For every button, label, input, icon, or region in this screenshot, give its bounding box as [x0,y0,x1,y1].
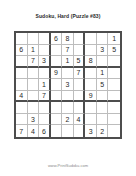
cell-r3c4 [51,56,63,68]
cell-r3c9 [108,56,120,68]
cell-r6c3: 7 [39,91,51,103]
cell-r8c9 [108,114,120,126]
cell-r1c7 [85,33,97,45]
cell-r6c5 [62,91,74,103]
cell-r2c8: 3 [97,45,109,57]
cell-r8c3 [39,114,51,126]
cell-r7c8 [97,102,109,114]
cell-r9c1: 7 [16,125,28,137]
cell-r1c6 [74,33,86,45]
cell-r9c8: 2 [97,125,109,137]
cell-r1c1 [16,33,28,45]
cell-r5c9 [108,79,120,91]
cell-r3c8 [97,56,109,68]
cell-r1c2 [28,33,40,45]
cell-r5c1 [16,79,28,91]
cell-r2c6 [74,45,86,57]
cell-r1c3 [39,33,51,45]
cell-r4c3 [39,68,51,80]
cell-r6c8 [97,91,109,103]
cell-r4c8: 1 [97,68,109,80]
cell-r9c6 [74,125,86,137]
cell-r2c1: 6 [16,45,28,57]
cell-r6c2 [28,91,40,103]
cell-r8c5: 2 [62,114,74,126]
cell-r5c7 [85,79,97,91]
cell-r3c6: 5 [74,56,86,68]
cell-r4c9 [108,68,120,80]
cell-r4c2 [28,68,40,80]
cell-r2c5: 7 [62,45,74,57]
cell-r8c7 [85,114,97,126]
cell-r7c9 [108,102,120,114]
cell-r6c4 [51,91,63,103]
cell-r8c1 [16,114,28,126]
cell-r5c2 [28,79,40,91]
cell-r7c4 [51,102,63,114]
footer-url: www.PrintSudoku.com [0,163,136,168]
sudoku-board: 681617357315897113547932474632 [14,31,122,139]
cell-r5c8: 5 [97,79,109,91]
cell-r9c2: 4 [28,125,40,137]
cell-r3c1 [16,56,28,68]
cell-r1c4: 6 [51,33,63,45]
cell-r4c6: 7 [74,68,86,80]
cell-r9c4 [51,125,63,137]
cell-r7c3 [39,102,51,114]
cell-r7c2 [28,102,40,114]
cell-r6c9 [108,91,120,103]
cell-r5c5: 3 [62,79,74,91]
cell-r8c8 [97,114,109,126]
cell-r5c4 [51,79,63,91]
cell-r8c2: 3 [28,114,40,126]
cell-r1c5: 8 [62,33,74,45]
cell-r9c3: 6 [39,125,51,137]
cell-r4c5 [62,68,74,80]
cell-r7c7 [85,102,97,114]
cell-r6c6 [74,91,86,103]
cell-r1c8 [97,33,109,45]
cell-r3c5: 1 [62,56,74,68]
cell-r9c9 [108,125,120,137]
page-title: Sudoku, Hard (Puzzle #83) [0,13,136,19]
cell-r2c3 [39,45,51,57]
cell-r9c7: 3 [85,125,97,137]
cell-r9c5 [62,125,74,137]
cell-r8c6: 4 [74,114,86,126]
cell-r3c2: 7 [28,56,40,68]
cell-r6c7: 9 [85,91,97,103]
cell-r5c6 [74,79,86,91]
sudoku-sheet: Sudoku, Hard (Puzzle #83) 68161735731589… [0,0,136,176]
cell-r2c7 [85,45,97,57]
cell-r7c6 [74,102,86,114]
cell-r4c1 [16,68,28,80]
cell-r8c4 [51,114,63,126]
cell-r5c3: 1 [39,79,51,91]
cell-r1c9: 1 [108,33,120,45]
cell-r4c7 [85,68,97,80]
cell-r7c5 [62,102,74,114]
cell-r2c2: 1 [28,45,40,57]
cell-r2c9: 5 [108,45,120,57]
cell-r3c3: 3 [39,56,51,68]
cell-r3c7: 8 [85,56,97,68]
cell-r4c4: 9 [51,68,63,80]
cell-r2c4 [51,45,63,57]
cell-r7c1 [16,102,28,114]
cell-r6c1: 4 [16,91,28,103]
